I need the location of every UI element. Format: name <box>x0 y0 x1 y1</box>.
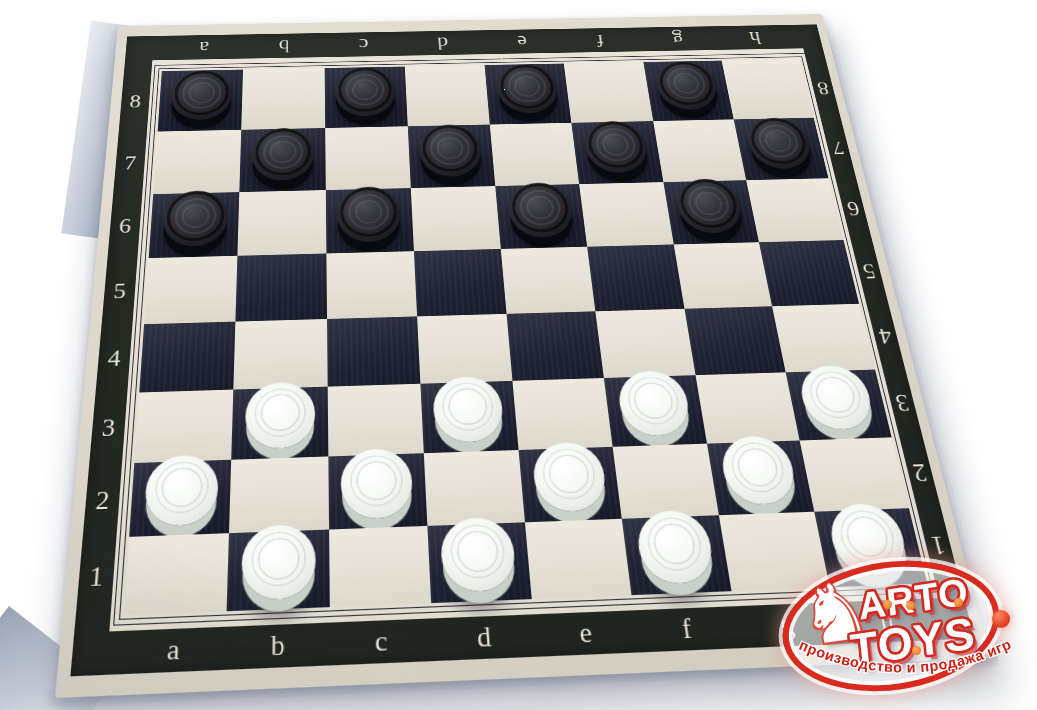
black-checker-d7[interactable]: ⛂ <box>418 124 483 177</box>
square-h5[interactable] <box>759 240 859 306</box>
white-checker-d1[interactable]: ⛀ <box>440 516 518 592</box>
square-f8[interactable] <box>564 62 653 123</box>
white-checker-b3[interactable]: ⛀ <box>245 382 316 450</box>
square-g3[interactable] <box>695 372 799 443</box>
square-b7[interactable]: ⛂ <box>240 128 326 192</box>
square-d4[interactable] <box>417 314 513 384</box>
rank-label-left-3: 3 <box>91 412 126 444</box>
black-checker-g8[interactable]: ⛂ <box>653 60 720 109</box>
rank-label-right-6: 6 <box>836 196 870 221</box>
square-h6[interactable] <box>746 178 844 242</box>
square-e7[interactable] <box>490 123 580 186</box>
square-b3[interactable]: ⛀ <box>231 387 327 460</box>
arto-toys-watermark: ♞ ARTO TOYS производство и продажа игруш… <box>770 548 1037 710</box>
black-checker-f7[interactable]: ⛂ <box>582 120 650 173</box>
rank-label-left-8: 8 <box>120 90 150 113</box>
square-g8[interactable]: ⛂ <box>643 61 734 122</box>
file-label-top-d: d <box>429 32 457 54</box>
square-h8[interactable] <box>721 59 813 119</box>
square-c7[interactable] <box>325 126 411 190</box>
square-a5[interactable] <box>144 256 238 324</box>
black-checker-b7[interactable]: ⛂ <box>251 127 314 181</box>
file-label-bottom-d: d <box>466 619 503 656</box>
rank-label-left-6: 6 <box>109 213 141 239</box>
square-g7[interactable] <box>653 119 746 182</box>
black-checker-e8[interactable]: ⛂ <box>495 63 559 113</box>
white-checker-c2[interactable]: ⛀ <box>340 447 413 519</box>
file-label-top-g: g <box>663 28 693 50</box>
rank-label-left-1: 1 <box>78 559 115 595</box>
rank-label-right-2: 2 <box>900 456 939 488</box>
square-c5[interactable] <box>326 251 417 319</box>
square-a1[interactable] <box>124 533 230 615</box>
square-f7[interactable]: ⛂ <box>572 121 663 184</box>
square-h2[interactable] <box>799 437 909 511</box>
white-checker-f1[interactable]: ⛀ <box>634 509 716 584</box>
square-e4[interactable] <box>507 311 605 381</box>
square-a6[interactable]: ⛂ <box>149 192 240 258</box>
black-checker-g6[interactable]: ⛂ <box>674 178 746 234</box>
square-d7[interactable]: ⛂ <box>408 125 496 189</box>
square-b2[interactable] <box>229 456 328 533</box>
white-checker-a2[interactable]: ⛀ <box>143 454 219 527</box>
file-label-bottom-a: a <box>155 631 192 669</box>
black-checker-a6[interactable]: ⛂ <box>161 190 228 247</box>
square-f1[interactable]: ⛀ <box>622 515 731 595</box>
logo-tagline: производство и продажа игрушек <box>770 548 1037 710</box>
rank-label-right-5: 5 <box>852 258 887 285</box>
square-a3[interactable] <box>134 390 233 463</box>
square-c6[interactable]: ⛂ <box>325 188 413 253</box>
square-c2[interactable]: ⛀ <box>328 453 427 529</box>
file-label-bottom-c: c <box>364 623 400 660</box>
square-g6[interactable]: ⛂ <box>663 180 759 244</box>
rank-label-right-3: 3 <box>883 387 921 417</box>
square-f3[interactable]: ⛀ <box>604 375 706 447</box>
square-d8[interactable] <box>405 65 490 126</box>
square-b5[interactable] <box>236 253 327 321</box>
square-a7[interactable] <box>153 130 241 194</box>
square-c3[interactable] <box>327 384 423 457</box>
rank-label-right-4: 4 <box>867 321 904 350</box>
white-checker-b1[interactable]: ⛀ <box>241 523 316 600</box>
square-e6[interactable]: ⛂ <box>495 184 587 249</box>
square-g2[interactable]: ⛀ <box>706 440 814 515</box>
file-label-bottom-f: f <box>667 611 706 648</box>
rank-label-right-8: 8 <box>807 76 839 99</box>
square-a2[interactable]: ⛀ <box>129 460 231 537</box>
rank-label-right-7: 7 <box>821 135 854 159</box>
square-h4[interactable] <box>772 304 875 373</box>
black-checker-c6[interactable]: ⛂ <box>337 186 402 243</box>
square-e1[interactable] <box>525 519 632 599</box>
file-label-top-b: b <box>270 35 297 57</box>
rank-label-left-2: 2 <box>84 484 120 518</box>
file-label-top-e: e <box>508 31 537 53</box>
file-label-top-a: a <box>190 36 218 58</box>
square-b1[interactable]: ⛀ <box>227 530 329 612</box>
square-f6[interactable] <box>579 182 673 247</box>
square-g5[interactable] <box>673 242 772 309</box>
square-f4[interactable] <box>596 309 695 378</box>
black-checker-c8[interactable]: ⛂ <box>335 66 396 116</box>
black-checker-h7[interactable]: ⛂ <box>744 117 815 169</box>
photo-background: ⛂⛂⛂⛂⛂⛂⛂⛂⛂⛂⛂⛂⛀⛀⛀⛀⛀⛀⛀⛀⛀⛀⛀⛀ aabbccddeeffggh… <box>0 0 1037 710</box>
square-d3[interactable]: ⛀ <box>420 381 518 453</box>
file-label-bottom-e: e <box>567 615 605 652</box>
square-d2[interactable] <box>424 450 525 526</box>
square-a4[interactable] <box>139 322 235 393</box>
file-label-top-c: c <box>350 33 377 55</box>
square-b4[interactable] <box>234 319 328 390</box>
square-d5[interactable] <box>414 249 507 316</box>
square-c1[interactable] <box>329 526 431 607</box>
rank-label-left-5: 5 <box>103 277 136 305</box>
white-checker-d3[interactable]: ⛀ <box>432 376 505 443</box>
square-d1[interactable]: ⛀ <box>427 522 532 603</box>
white-checker-g2[interactable]: ⛀ <box>718 435 800 505</box>
board-frame: ⛂⛂⛂⛂⛂⛂⛂⛂⛂⛂⛂⛂⛀⛀⛀⛀⛀⛀⛀⛀⛀⛀⛀⛀ <box>124 59 928 615</box>
white-checker-f3[interactable]: ⛀ <box>615 370 692 437</box>
svg-text:производство и продажа игрушек: производство и продажа игрушек <box>764 535 1014 676</box>
square-e2[interactable]: ⛀ <box>519 447 622 523</box>
square-b6[interactable] <box>238 190 326 256</box>
square-e8[interactable]: ⛂ <box>485 64 572 125</box>
square-e5[interactable] <box>501 247 596 314</box>
square-d6[interactable] <box>411 186 501 251</box>
square-f5[interactable] <box>587 244 684 311</box>
square-e3[interactable] <box>512 378 612 450</box>
file-label-bottom-b: b <box>260 627 295 665</box>
file-label-top-f: f <box>586 29 615 51</box>
black-checker-e6[interactable]: ⛂ <box>506 182 574 238</box>
white-checker-h3[interactable]: ⛀ <box>796 365 877 431</box>
rank-label-left-4: 4 <box>97 344 131 374</box>
square-c4[interactable] <box>327 316 421 386</box>
square-g4[interactable] <box>684 306 785 375</box>
square-a8[interactable]: ⛂ <box>158 70 244 132</box>
square-h7[interactable]: ⛂ <box>733 118 828 180</box>
white-checker-e2[interactable]: ⛀ <box>531 441 609 512</box>
square-b8[interactable] <box>241 68 324 130</box>
square-c8[interactable]: ⛂ <box>324 67 407 128</box>
square-h3[interactable]: ⛀ <box>785 370 891 441</box>
rank-label-left-7: 7 <box>115 151 146 176</box>
file-label-top-h: h <box>740 27 771 48</box>
board-grid: ⛂⛂⛂⛂⛂⛂⛂⛂⛂⛂⛂⛂⛀⛀⛀⛀⛀⛀⛀⛀⛀⛀⛀⛀ <box>124 59 928 615</box>
black-checker-a8[interactable]: ⛂ <box>169 69 232 120</box>
square-f2[interactable] <box>613 444 719 519</box>
